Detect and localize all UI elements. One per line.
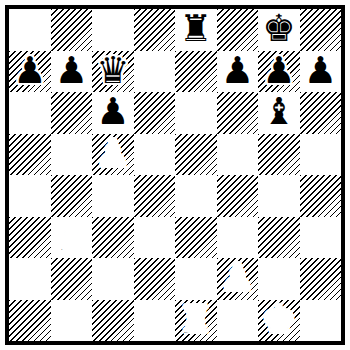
square-e2[interactable]	[175, 258, 217, 300]
piece-black-rook: ♜	[179, 10, 212, 47]
square-e1[interactable]: ♜	[175, 300, 217, 342]
square-d6[interactable]	[134, 92, 176, 134]
square-g4[interactable]	[258, 175, 300, 217]
square-h1[interactable]	[300, 300, 342, 342]
piece-black-bishop: ♝	[262, 93, 295, 130]
piece-white-pawn: ♟	[221, 259, 254, 296]
square-a4[interactable]	[9, 175, 51, 217]
square-h8[interactable]	[300, 9, 342, 51]
piece-white-bishop: ♝	[55, 218, 88, 255]
square-a5[interactable]	[9, 134, 51, 176]
square-f6[interactable]	[217, 92, 259, 134]
square-g2[interactable]: ♟	[258, 258, 300, 300]
square-f8[interactable]	[217, 9, 259, 51]
square-h2[interactable]	[300, 258, 342, 300]
square-h7[interactable]: ♟	[300, 51, 342, 93]
square-c4[interactable]	[92, 175, 134, 217]
square-c3[interactable]	[92, 217, 134, 259]
piece-white-pawn: ♟	[96, 135, 129, 172]
square-f5[interactable]	[217, 134, 259, 176]
piece-black-pawn: ♟	[13, 52, 46, 89]
square-d8[interactable]	[134, 9, 176, 51]
piece-white-pawn: ♟	[304, 218, 337, 255]
square-c8[interactable]	[92, 9, 134, 51]
square-b3[interactable]: ♝	[51, 217, 93, 259]
square-h6[interactable]	[300, 92, 342, 134]
square-c5[interactable]: ♟	[92, 134, 134, 176]
square-d1[interactable]	[134, 300, 176, 342]
square-c7[interactable]: ♛	[92, 51, 134, 93]
piece-black-king: ♚	[262, 10, 295, 47]
square-h3[interactable]: ♟	[300, 217, 342, 259]
piece-white-pawn: ♟	[96, 259, 129, 296]
square-b4[interactable]	[51, 175, 93, 217]
square-g8[interactable]: ♚	[258, 9, 300, 51]
square-g6[interactable]: ♝	[258, 92, 300, 134]
square-f1[interactable]	[217, 300, 259, 342]
piece-black-pawn: ♟	[55, 52, 88, 89]
piece-white-rook: ♜	[179, 301, 212, 338]
square-a7[interactable]: ♟	[9, 51, 51, 93]
square-b7[interactable]: ♟	[51, 51, 93, 93]
square-c6[interactable]: ♟	[92, 92, 134, 134]
square-b2[interactable]	[51, 258, 93, 300]
piece-white-pawn: ♟	[262, 259, 295, 296]
square-d5[interactable]	[134, 134, 176, 176]
square-a8[interactable]	[9, 9, 51, 51]
piece-black-pawn: ♟	[262, 52, 295, 89]
square-d7[interactable]	[134, 51, 176, 93]
piece-white-pawn: ♟	[179, 93, 212, 130]
piece-black-pawn: ♟	[221, 52, 254, 89]
square-e8[interactable]: ♜	[175, 9, 217, 51]
square-e4[interactable]	[175, 175, 217, 217]
square-f4[interactable]	[217, 175, 259, 217]
square-g5[interactable]	[258, 134, 300, 176]
square-a1[interactable]	[9, 300, 51, 342]
square-b5[interactable]	[51, 134, 93, 176]
square-e6[interactable]: ♟	[175, 92, 217, 134]
square-d3[interactable]	[134, 217, 176, 259]
piece-white-pawn: ♟	[13, 259, 46, 296]
square-d4[interactable]	[134, 175, 176, 217]
board-frame: ♜♚♟♟♛♟♟♟♟♟♝♟♝♟♟♟♟♟♜♚	[5, 5, 345, 345]
square-e3[interactable]	[175, 217, 217, 259]
square-g7[interactable]: ♟	[258, 51, 300, 93]
piece-black-pawn: ♟	[304, 52, 337, 89]
square-f3[interactable]	[217, 217, 259, 259]
square-g3[interactable]	[258, 217, 300, 259]
chess-board: ♜♚♟♟♛♟♟♟♟♟♝♟♝♟♟♟♟♟♜♚	[9, 9, 341, 341]
piece-white-king: ♚	[262, 301, 295, 338]
piece-black-queen: ♛	[96, 52, 129, 89]
square-f7[interactable]: ♟	[217, 51, 259, 93]
square-g1[interactable]: ♚	[258, 300, 300, 342]
square-a3[interactable]	[9, 217, 51, 259]
square-b8[interactable]	[51, 9, 93, 51]
square-a6[interactable]	[9, 92, 51, 134]
square-b6[interactable]	[51, 92, 93, 134]
square-f2[interactable]: ♟	[217, 258, 259, 300]
square-d2[interactable]	[134, 258, 176, 300]
square-c1[interactable]	[92, 300, 134, 342]
piece-black-pawn: ♟	[96, 93, 129, 130]
square-e5[interactable]	[175, 134, 217, 176]
square-b1[interactable]	[51, 300, 93, 342]
square-c2[interactable]: ♟	[92, 258, 134, 300]
square-h4[interactable]	[300, 175, 342, 217]
square-a2[interactable]: ♟	[9, 258, 51, 300]
square-e7[interactable]	[175, 51, 217, 93]
square-h5[interactable]	[300, 134, 342, 176]
